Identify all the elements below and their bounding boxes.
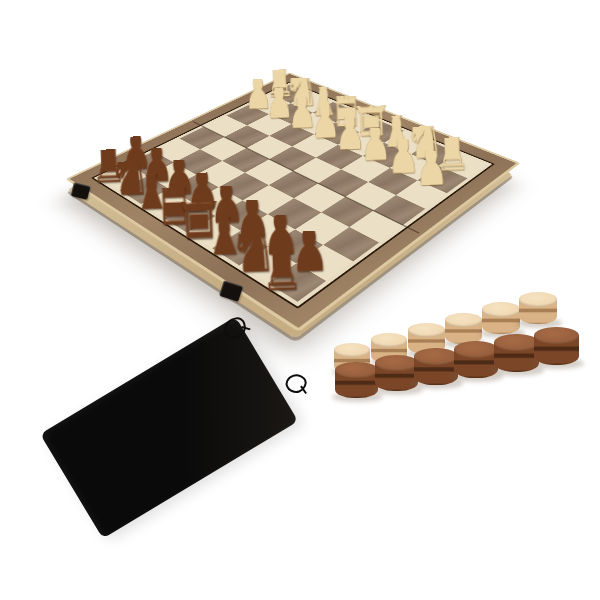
checker-disc-top-light (519, 292, 557, 307)
checker-disc-top-light (334, 343, 370, 357)
checker-stack-light-5 (482, 302, 520, 335)
checker-stack-dark-5 (494, 334, 539, 373)
chess-set-product-photo: ♜♞♝♛♚♝♞♜♟♟♟♟♟♟♟♟♟♟♟♟♟♟♟♟♜♞♝♛♚♝♞♜ (0, 0, 600, 600)
checker-disc-top-light (408, 323, 445, 337)
checker-stack-dark-1 (335, 362, 378, 399)
checker-stack-dark-6 (534, 327, 579, 366)
checker-stack-dark-2 (375, 355, 418, 392)
checker-disc-top-dark (414, 348, 458, 365)
checker-stack-dark-3 (414, 348, 458, 386)
checker-disc-top-light (482, 302, 520, 317)
checker-stack-dark-4 (454, 341, 498, 379)
checker-stack-light-6 (519, 292, 557, 325)
checker-disc-top-dark (454, 341, 498, 358)
checker-disc-top-dark (494, 334, 539, 351)
checker-disc-top-light (445, 313, 482, 327)
checker-disc-top-light (371, 333, 407, 347)
checker-disc-top-dark (534, 327, 579, 344)
